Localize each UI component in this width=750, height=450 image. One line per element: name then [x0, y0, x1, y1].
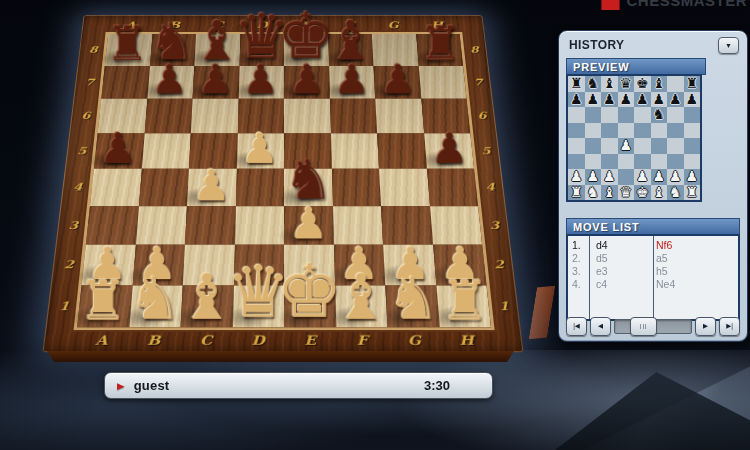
preview-square — [585, 138, 602, 154]
preview-square — [601, 154, 618, 170]
file-label-bottom-a: A — [74, 327, 128, 353]
rank-label-right-4: 4 — [474, 169, 507, 206]
black-rook[interactable]: ♜ — [419, 20, 461, 67]
board-square-c6[interactable] — [191, 99, 238, 133]
move-row-1[interactable]: 1.d4Nf6 — [568, 239, 738, 252]
white-bishop[interactable]: ♝ — [179, 266, 235, 329]
preview-white-pawn: ♟ — [568, 169, 585, 185]
preview-black-pawn: ♟ — [568, 92, 585, 108]
preview-square — [684, 154, 701, 170]
rank-label-right-3: 3 — [478, 206, 511, 245]
preview-square — [667, 154, 684, 170]
rank-label-left-5: 5 — [66, 133, 98, 169]
rank-label-left-4: 4 — [61, 169, 94, 206]
history-nav: |◀ ◀ ||| ▶ ▶| — [566, 316, 740, 336]
nav-prev-button[interactable]: ◀ — [590, 317, 611, 336]
black-move[interactable]: Nf6 — [656, 239, 672, 252]
preview-white-king: ♚ — [634, 185, 651, 201]
preview-white-knight: ♞ — [585, 185, 602, 201]
preview-white-rook: ♜ — [684, 185, 701, 201]
preview-square — [651, 154, 668, 170]
white-pawn[interactable]: ♟ — [241, 128, 279, 170]
preview-white-pawn: ♟ — [585, 169, 602, 185]
board-square-f5[interactable] — [331, 133, 379, 169]
rank-label-left-1: 1 — [47, 285, 82, 327]
grip-icon: ||| — [640, 323, 648, 329]
white-pawn[interactable]: ♟ — [289, 202, 328, 246]
preview-black-pawn: ♟ — [684, 92, 701, 108]
board-square-f6[interactable] — [330, 99, 378, 133]
preview-square — [684, 107, 701, 123]
rank-label-right-5: 5 — [470, 133, 502, 169]
move-row-4[interactable]: 4.c4Ne4 — [568, 278, 738, 291]
preview-white-pawn: ♟ — [667, 169, 684, 185]
move-number: 4. — [572, 278, 586, 291]
black-pawn[interactable]: ♟ — [152, 60, 188, 100]
white-knight[interactable]: ♞ — [129, 270, 182, 329]
preview-square — [618, 169, 635, 185]
black-pawn[interactable]: ♟ — [289, 60, 325, 100]
preview-board: ♜♞♝♛♚♝♜♟♟♟♟♟♟♟♟♞♟♟♟♟♟♟♟♟♜♞♝♛♚♝♞♜ — [566, 74, 702, 202]
file-label-top-g: G — [371, 16, 416, 34]
preview-square — [618, 123, 635, 139]
chess-board-3d: AABBCCDDEEFFGGHH8877665544332211 ♜♞♝♛♚♝♜… — [43, 15, 524, 352]
move-list[interactable]: 1.d4Nf62.d5a53.e3h54.c4Ne4 — [566, 234, 740, 321]
board-square-g5[interactable] — [377, 133, 426, 169]
preview-square — [568, 154, 585, 170]
black-pawn[interactable]: ♟ — [431, 128, 469, 170]
rank-label-left-8: 8 — [78, 34, 108, 66]
app-logo: CHESSMASTER — [601, 0, 747, 10]
rank-label-right-1: 1 — [487, 285, 522, 327]
rank-label-left-7: 7 — [74, 66, 104, 99]
preview-black-rook: ♜ — [684, 76, 701, 92]
preview-square — [568, 123, 585, 139]
white-knight[interactable]: ♞ — [387, 270, 440, 329]
move-number: 2. — [572, 252, 586, 265]
preview-square — [618, 154, 635, 170]
white-bishop[interactable]: ♝ — [333, 266, 389, 329]
black-move[interactable]: h5 — [656, 265, 668, 278]
preview-white-pawn: ♟ — [651, 169, 668, 185]
board-square-d4[interactable] — [236, 169, 285, 206]
file-label-bottom-g: G — [388, 327, 442, 353]
logo-text: CHESSMASTER — [626, 0, 747, 9]
preview-white-pawn: ♟ — [601, 169, 618, 185]
chevron-down-icon: ▼ — [725, 42, 732, 49]
board-square-a4[interactable] — [90, 169, 141, 206]
preview-white-queen: ♛ — [618, 185, 635, 201]
file-label-bottom-e: E — [284, 327, 336, 353]
board-square-a7[interactable] — [101, 66, 149, 99]
preview-square — [634, 138, 651, 154]
preview-black-knight: ♞ — [651, 107, 668, 123]
preview-square — [634, 154, 651, 170]
rank-label-left-3: 3 — [57, 206, 90, 245]
preview-white-bishop: ♝ — [601, 185, 618, 201]
preview-white-rook: ♜ — [568, 185, 585, 201]
preview-black-knight: ♞ — [585, 76, 602, 92]
preview-black-king: ♚ — [634, 76, 651, 92]
preview-square — [585, 107, 602, 123]
preview-square — [568, 107, 585, 123]
nav-next-button[interactable]: ▶ — [695, 317, 716, 336]
preview-square — [684, 123, 701, 139]
white-move[interactable]: c4 — [596, 278, 607, 291]
preview-black-pawn: ♟ — [667, 92, 684, 108]
preview-square — [618, 107, 635, 123]
preview-white-pawn: ♟ — [634, 169, 651, 185]
step-forward-icon: ▶ — [703, 322, 708, 330]
preview-square — [585, 123, 602, 139]
board-square-b4[interactable] — [138, 169, 188, 206]
preview-square — [667, 76, 684, 92]
file-label-bottom-c: C — [179, 327, 232, 353]
preview-square — [651, 138, 668, 154]
preview-black-pawn: ♟ — [651, 92, 668, 108]
rank-label-left-6: 6 — [70, 99, 101, 133]
preview-square — [634, 123, 651, 139]
preview-black-pawn: ♟ — [585, 92, 602, 108]
nav-scrollbar-thumb[interactable]: ||| — [630, 317, 657, 336]
player-flag-icon: ▶ — [117, 381, 125, 391]
preview-square — [684, 138, 701, 154]
rank-label-right-7: 7 — [463, 66, 493, 99]
preview-square — [585, 154, 602, 170]
move-number: 3. — [572, 265, 586, 278]
black-pawn[interactable]: ♟ — [380, 60, 416, 100]
file-label-bottom-b: B — [127, 327, 181, 353]
board-square-b5[interactable] — [141, 133, 190, 169]
white-move[interactable]: d5 — [596, 252, 608, 265]
nav-scrollbar[interactable]: ||| — [614, 319, 692, 334]
preview-black-pawn: ♟ — [618, 92, 635, 108]
player-clock: 3:30 — [424, 378, 450, 393]
board-square-g6[interactable] — [375, 99, 423, 133]
preview-white-pawn: ♟ — [618, 138, 635, 154]
black-move[interactable]: Ne4 — [656, 278, 675, 291]
move-list-header: MOVE LIST — [566, 218, 740, 235]
black-pawn[interactable]: ♟ — [198, 60, 234, 100]
skip-start-icon: |◀ — [573, 322, 580, 330]
preview-black-pawn: ♟ — [601, 92, 618, 108]
preview-square — [651, 123, 668, 139]
board-square-d3[interactable] — [235, 206, 285, 245]
black-pawn[interactable]: ♟ — [99, 128, 137, 170]
black-rook[interactable]: ♜ — [106, 20, 148, 67]
black-pawn[interactable]: ♟ — [243, 60, 279, 100]
rank-label-right-6: 6 — [467, 99, 498, 133]
white-queen[interactable]: ♛ — [226, 257, 290, 329]
nav-first-button[interactable]: |◀ — [566, 317, 587, 336]
history-panel: HISTORY ▼ PREVIEW ♜♞♝♛♚♝♜♟♟♟♟♟♟♟♟♞♟♟♟♟♟♟… — [558, 30, 748, 342]
move-list-panel: MOVE LIST 1.d4Nf62.d5a53.e3h54.c4Ne4 — [566, 218, 740, 321]
board-square-c3[interactable] — [185, 206, 236, 245]
preview-square — [634, 107, 651, 123]
board-square-b6[interactable] — [144, 99, 192, 133]
board-square-f4[interactable] — [332, 169, 382, 206]
preview-black-queen: ♛ — [618, 76, 635, 92]
board-frame: AABBCCDDEEFFGGHH8877665544332211 ♜♞♝♛♚♝♜… — [43, 15, 524, 352]
preview-black-bishop: ♝ — [651, 76, 668, 92]
preview-white-knight: ♞ — [667, 185, 684, 201]
move-row-2[interactable]: 2.d5a5 — [568, 252, 738, 265]
board-square-e6[interactable] — [284, 99, 331, 133]
preview-black-bishop: ♝ — [601, 76, 618, 92]
preview-square — [601, 123, 618, 139]
preview-square — [667, 107, 684, 123]
rank-label-right-8: 8 — [460, 34, 490, 66]
main-board[interactable]: ♜♞♝♛♚♝♜♟♟♟♟♟♟♟♟♟♟♞♟♟♟♟♟♟♜♞♝♛♚♝♞♜ — [77, 34, 491, 327]
board-square-h7[interactable] — [418, 66, 466, 99]
black-move[interactable]: a5 — [656, 252, 668, 265]
history-panel-title: HISTORY — [569, 38, 624, 52]
board-square-g4[interactable] — [379, 169, 430, 206]
move-number: 1. — [572, 239, 586, 252]
preview-white-bishop: ♝ — [651, 185, 668, 201]
preview-black-rook: ♜ — [568, 76, 585, 92]
board-front-edge — [47, 351, 514, 362]
board-square-h4[interactable] — [427, 169, 478, 206]
preview-square — [667, 123, 684, 139]
white-pawn[interactable]: ♟ — [192, 164, 230, 207]
white-move[interactable]: e3 — [596, 265, 608, 278]
move-row-3[interactable]: 3.e3h5 — [568, 265, 738, 278]
black-pawn[interactable]: ♟ — [334, 60, 370, 100]
preview-square — [568, 138, 585, 154]
logo-mark-icon — [601, 0, 620, 10]
white-rook[interactable]: ♜ — [440, 274, 489, 328]
preview-header: PREVIEW — [566, 58, 706, 75]
white-rook[interactable]: ♜ — [79, 274, 128, 328]
preview-square — [601, 138, 618, 154]
preview-square — [601, 107, 618, 123]
skip-end-icon: ▶| — [726, 322, 733, 330]
white-move[interactable]: d4 — [596, 239, 608, 252]
player-bar: ▶ guest 3:30 — [104, 372, 493, 399]
nav-last-button[interactable]: ▶| — [719, 317, 740, 336]
file-label-bottom-d: D — [232, 327, 284, 353]
step-back-icon: ◀ — [598, 322, 603, 330]
preview-panel: PREVIEW ♜♞♝♛♚♝♜♟♟♟♟♟♟♟♟♞♟♟♟♟♟♟♟♟♜♞♝♛♚♝♞♜ — [566, 58, 706, 202]
file-label-bottom-f: F — [336, 327, 389, 353]
preview-square — [667, 138, 684, 154]
player-name: guest — [134, 378, 424, 393]
preview-black-pawn: ♟ — [634, 92, 651, 108]
file-label-bottom-h: H — [439, 327, 493, 353]
preview-white-pawn: ♟ — [684, 169, 701, 185]
collapse-button[interactable]: ▼ — [718, 37, 739, 54]
